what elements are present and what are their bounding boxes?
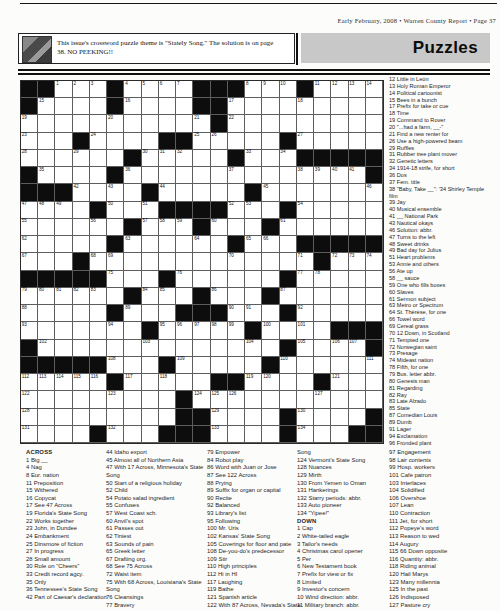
cell-number: 41 [349, 167, 354, 172]
white-cell: 80 [38, 288, 55, 305]
white-cell [55, 167, 72, 184]
white-cell [297, 184, 314, 201]
white-cell [297, 357, 314, 374]
clue-line: 123 Many millennia [389, 579, 499, 587]
white-cell [211, 357, 228, 374]
white-cell: 40 [331, 167, 348, 184]
white-cell [228, 271, 245, 288]
black-cell [193, 219, 210, 236]
cell-number: 56 [91, 218, 96, 223]
black-cell [366, 236, 383, 253]
white-cell: 92 [297, 305, 314, 322]
clue-line: 43 Nautical okays [389, 220, 499, 227]
cell-number: 17 [229, 98, 234, 103]
clue-line: 19 Command to Rover [389, 117, 499, 124]
white-cell: 27 [297, 133, 314, 150]
clue-line: 41 __ National Park [389, 213, 499, 220]
clue-line: 75 With 68 Across, Louisiana's State [106, 579, 206, 587]
cell-number: 21 [194, 115, 199, 120]
cell-number: 64 [194, 236, 199, 241]
clue-line: 31 Rubber tree plant mover [389, 151, 499, 158]
cell-number: 19 [22, 115, 27, 120]
clue-line: 101 Cafe patron [389, 472, 499, 480]
white-cell [228, 426, 245, 443]
cell-number: 53 [246, 201, 251, 206]
white-cell: 43 [107, 184, 124, 201]
clue-line: 11 Military branch: abbr. [297, 602, 389, 610]
white-cell [211, 150, 228, 167]
white-cell: 91 [245, 305, 262, 322]
clue-line: 73 Presage [389, 350, 499, 357]
cell-number: 57 [142, 218, 147, 223]
white-cell [366, 115, 383, 132]
cell-number: 7 [177, 81, 180, 86]
white-cell [193, 167, 210, 184]
cell-number: 2 [74, 81, 77, 86]
black-cell [297, 236, 314, 253]
white-cell: 77 [297, 271, 314, 288]
white-cell: 93 [21, 322, 38, 339]
cell-number: 10 [280, 81, 285, 86]
white-cell [176, 184, 193, 201]
white-cell [211, 340, 228, 357]
white-cell [262, 340, 279, 357]
white-cell: 2 [73, 81, 90, 98]
black-cell [55, 271, 72, 288]
white-cell: 48 [38, 202, 55, 219]
white-cell: 28 [21, 150, 38, 167]
white-cell: 104 [245, 340, 262, 357]
cell-number: 95 [160, 322, 165, 327]
cell-number: 78 [315, 270, 320, 275]
cell-number: 121 [332, 374, 340, 379]
clue-line: 36 Dos [389, 172, 499, 179]
white-cell [55, 133, 72, 150]
black-cell [280, 409, 297, 426]
clue-line: 134 "Yipee!" [297, 510, 389, 518]
white-cell [38, 322, 55, 339]
white-cell: 71 [297, 253, 314, 270]
across-clues-column-2: 44 Idaho export45 Almost all of Northern… [106, 449, 206, 609]
white-cell: 30 [142, 150, 159, 167]
white-cell: 63 [124, 236, 141, 253]
cell-number: 125 [211, 391, 219, 396]
white-cell [38, 305, 55, 322]
white-cell [228, 357, 245, 374]
white-cell [314, 426, 331, 443]
clue-line: Song [297, 449, 389, 457]
white-cell: 41 [349, 167, 366, 184]
cell-number: 36 [125, 167, 130, 172]
white-cell: 32 [176, 150, 193, 167]
cell-number: 113 [39, 374, 46, 379]
cell-number: 96 [177, 322, 182, 327]
black-cell [193, 426, 210, 443]
clue-line: 106 Overshoe [389, 495, 499, 503]
clue-line: 104 Solidified [389, 487, 499, 495]
cell-number: 119 [246, 374, 253, 379]
cell-number: 86 [211, 287, 216, 292]
white-cell [38, 133, 55, 150]
clue-line: 130 From Yemen to Oman [297, 480, 389, 488]
cell-number: 50 [108, 201, 113, 206]
white-cell [262, 150, 279, 167]
cell-number: 134 [298, 425, 306, 430]
white-cell [245, 426, 262, 443]
white-cell [159, 409, 176, 426]
cell-number: 33 [246, 149, 251, 154]
cell-number: 82 [74, 287, 79, 292]
clue-line: 115 66 Down opposite [389, 548, 499, 556]
white-cell [193, 374, 210, 391]
down-clues-sidebar: 12 Little in León13 Holy Roman Emperor14… [389, 76, 499, 446]
clue-line: 132 Starry periods: abbr. [297, 495, 389, 503]
clue-line: 4 Christmas carol opener [297, 548, 389, 556]
white-cell [245, 271, 262, 288]
white-cell: 116 [90, 374, 107, 391]
black-cell [176, 202, 193, 219]
white-cell [245, 409, 262, 426]
white-cell: 107 [349, 340, 366, 357]
section-title-box: Puzzles [301, 33, 490, 63]
clue-line: 72 Norwegian saint [389, 344, 499, 351]
clue-list-header: ACROSS [26, 449, 106, 457]
black-cell [228, 81, 245, 98]
clue-line: 17 See 47 Across [26, 502, 106, 510]
black-cell [21, 271, 38, 288]
white-cell [73, 305, 90, 322]
clue-line: 22 Works together [26, 518, 106, 526]
white-cell [314, 133, 331, 150]
cell-number: 37 [229, 167, 234, 172]
black-cell [193, 409, 210, 426]
white-cell: 42 [73, 184, 90, 201]
white-cell [124, 426, 141, 443]
white-cell: 97 [193, 322, 210, 339]
clue-line: 64 St. Thérèse, for one [389, 309, 499, 316]
cell-number: 26 [211, 132, 216, 137]
white-cell: 6 [159, 81, 176, 98]
clue-line: 65 Greek letter [106, 548, 206, 556]
clue-line: 39 Jay [389, 199, 499, 206]
cell-number: 32 [177, 149, 182, 154]
clue-line: 107 Lean [389, 502, 499, 510]
cell-number: 47 [22, 201, 27, 206]
white-cell [176, 167, 193, 184]
cell-number: 38 [298, 167, 303, 172]
white-cell [107, 340, 124, 357]
clue-line: 63 Sounds of pain [106, 541, 206, 549]
down-clues-column-5: 97 Engagement98 Lair contents99 Hosp. wo… [389, 449, 499, 609]
white-cell: 125 [211, 391, 228, 408]
clue-line: 8 Limited [297, 579, 389, 587]
clue-line: 82 Ray [389, 392, 499, 399]
white-cell [280, 115, 297, 132]
clue-line: 116 Quantity: abbr. [389, 556, 499, 564]
white-cell: 103 [142, 340, 159, 357]
white-cell: 75 [107, 271, 124, 288]
white-cell [314, 184, 331, 201]
cell-number: 4 [125, 81, 128, 86]
white-cell [314, 305, 331, 322]
clue-line: 44 Idaho export [106, 449, 206, 457]
clue-line: 87 Comedian Louis [389, 412, 499, 419]
white-cell [159, 305, 176, 322]
white-cell [90, 236, 107, 253]
clue-line: 49 Bad day for Julius [389, 247, 499, 254]
cell-number: 98 [211, 322, 216, 327]
cell-number: 104 [246, 339, 254, 344]
white-cell: 122 [21, 391, 38, 408]
clue-line: 14 Political cartoonist [389, 90, 499, 97]
cell-number: 65 [246, 236, 251, 241]
white-cell [331, 357, 348, 374]
white-cell [55, 340, 72, 357]
white-cell [193, 357, 210, 374]
black-cell [176, 409, 193, 426]
cell-number: 105 [298, 339, 306, 344]
white-cell: 82 [73, 288, 90, 305]
clue-line: 67 Drafting org. [106, 556, 206, 564]
clue-line: 34 1914-18 strife, for short [389, 165, 499, 172]
white-cell [228, 219, 245, 236]
white-cell [142, 409, 159, 426]
white-cell [314, 322, 331, 339]
black-cell [211, 115, 228, 132]
cell-number: 99 [229, 322, 234, 327]
issue-date-line: Early February, 2008 • Warren County Rep… [150, 17, 496, 24]
white-cell: 26 [211, 133, 228, 150]
white-cell [280, 184, 297, 201]
cell-number: 34 [280, 149, 285, 154]
white-cell: 131 [21, 426, 38, 443]
white-cell [331, 115, 348, 132]
black-cell [159, 357, 176, 374]
clue-line: 27 In progress [26, 548, 106, 556]
white-cell [280, 98, 297, 115]
clue-line: 103 Interlaces [389, 480, 499, 488]
clue-line: 120 Hail Marys [389, 571, 499, 579]
cell-number: 102 [39, 339, 47, 344]
black-cell [193, 98, 210, 115]
clue-line: 60 Slaves [389, 289, 499, 296]
white-cell: 11 [314, 81, 331, 98]
white-cell [124, 115, 141, 132]
clue-line: 63 Metro or Spectrum [389, 302, 499, 309]
black-cell [331, 322, 348, 339]
cell-number: 77 [298, 270, 303, 275]
cell-number: 27 [298, 132, 303, 137]
white-cell [159, 167, 176, 184]
white-cell [124, 184, 141, 201]
white-cell [159, 340, 176, 357]
clue-line: 68 See 75 Across [106, 563, 206, 571]
white-cell: 34 [280, 150, 297, 167]
clue-line: 55 Confuses [106, 502, 206, 510]
black-cell [176, 426, 193, 443]
clue-line: 125 In the past [389, 586, 499, 594]
cell-number: 54 [298, 201, 303, 206]
white-cell [349, 409, 366, 426]
clue-line: 29 Ruffles [389, 145, 499, 152]
white-cell [73, 115, 90, 132]
cell-number: 83 [91, 287, 96, 292]
white-cell [55, 236, 72, 253]
clue-line: 127 Pasture cry [389, 602, 499, 610]
white-cell [176, 340, 193, 357]
cell-number: 84 [142, 287, 147, 292]
clue-line: 126 Indisposed [389, 594, 499, 602]
black-cell [349, 150, 366, 167]
clue-line: 33 Credit record agcy. [26, 571, 106, 579]
cell-number: 118 [160, 374, 167, 379]
black-cell [107, 98, 124, 115]
cell-number: 130 [298, 408, 306, 413]
black-cell [107, 236, 124, 253]
white-cell: 24 [90, 133, 107, 150]
white-cell [331, 409, 348, 426]
white-cell [314, 340, 331, 357]
cell-number: 120 [263, 374, 271, 379]
black-cell [142, 322, 159, 339]
clue-line: 38 "Baby, Take __": '34 Shirley Temple [389, 186, 499, 193]
clue-list-header: DOWN [297, 518, 389, 526]
clue-line: 20 "...had a farm, __-" [389, 124, 499, 131]
cell-number: 66 [263, 236, 268, 241]
black-cell [124, 150, 141, 167]
black-cell [366, 426, 383, 443]
white-cell [245, 219, 262, 236]
cell-number: 100 [263, 322, 271, 327]
clue-line: 94 Exclamation [389, 433, 499, 440]
black-cell [142, 184, 159, 201]
black-cell [280, 271, 297, 288]
cell-number: 89 [125, 305, 130, 310]
black-cell [38, 357, 55, 374]
cell-number: 29 [74, 149, 79, 154]
white-cell [193, 253, 210, 270]
white-cell [331, 305, 348, 322]
white-cell [280, 391, 297, 408]
white-cell: 39 [314, 167, 331, 184]
white-cell [55, 150, 72, 167]
white-cell: 129 [211, 409, 228, 426]
white-cell: 124 [193, 391, 210, 408]
white-cell: 74 [366, 253, 383, 270]
white-cell [331, 288, 348, 305]
white-cell [107, 150, 124, 167]
white-cell [55, 426, 72, 443]
white-cell: 84 [142, 288, 159, 305]
top-rule [20, 3, 497, 4]
white-cell [73, 236, 90, 253]
cell-number: 20 [108, 115, 113, 120]
clue-line: 59 One who fills boxes [389, 282, 499, 289]
crossword-grid: 1234567891011121314151617181920212223242… [20, 80, 384, 444]
white-cell [90, 115, 107, 132]
clue-line: 91 Lager [389, 426, 499, 433]
teaser-box: This issue's crossword puzzle theme is "… [18, 33, 295, 64]
black-cell [297, 81, 314, 98]
clue-line: 36 Tennessee's State Song [26, 586, 106, 594]
black-cell [331, 150, 348, 167]
clue-line: 1 Big __ [26, 457, 106, 465]
cell-number: 5 [142, 81, 145, 86]
white-cell [262, 271, 279, 288]
cell-number: 52 [229, 201, 234, 206]
cell-number: 112 [22, 374, 29, 379]
clues-column-4: Song124 Vermont's State Song128 Nuances1… [297, 449, 389, 609]
clue-line: 111 Jet, for short [389, 518, 499, 526]
white-cell [90, 150, 107, 167]
white-cell [159, 115, 176, 132]
white-cell [73, 426, 90, 443]
white-cell [228, 184, 245, 201]
clue-line: 124 Vermont's State Song [297, 457, 389, 465]
clue-line: 8 Eur. nation [26, 472, 106, 480]
white-cell [211, 236, 228, 253]
white-cell: 76 [176, 271, 193, 288]
clue-line: 112 Popeye's word [389, 525, 499, 533]
white-cell [280, 322, 297, 339]
white-cell: 70 [228, 253, 245, 270]
across-clues-column-1: ACROSS1 Big __4 Nag8 Eur. nation11 Prepo… [26, 449, 106, 602]
white-cell [314, 357, 331, 374]
clue-line: 35 Only [26, 579, 106, 587]
cell-number: 108 [108, 356, 116, 361]
black-cell [159, 271, 176, 288]
white-cell: 44 [159, 184, 176, 201]
white-cell [193, 150, 210, 167]
black-cell [38, 184, 55, 201]
teaser-line-2: 38. NO PEEKING!! [57, 47, 291, 57]
black-cell [366, 167, 383, 184]
white-cell [142, 305, 159, 322]
white-cell [142, 253, 159, 270]
cell-number: 1 [56, 81, 59, 86]
black-cell [107, 374, 124, 391]
black-cell [38, 81, 55, 98]
white-cell: 13 [349, 81, 366, 98]
clue-line: 15 Withered [26, 487, 106, 495]
cell-number: 58 [160, 218, 165, 223]
white-cell: 5 [142, 81, 159, 98]
white-cell: 33 [245, 150, 262, 167]
black-cell [349, 426, 366, 443]
clue-line: 131 Hankerings [297, 487, 389, 495]
white-cell: 110 [280, 357, 297, 374]
clue-line: 10 Wind direction: abbr. [297, 594, 389, 602]
white-cell [245, 115, 262, 132]
black-cell [176, 391, 193, 408]
cell-number: 13 [349, 81, 354, 86]
white-cell: 55 [21, 219, 38, 236]
clue-line: 1 Cap [297, 525, 389, 533]
cell-number: 68 [91, 253, 96, 258]
cell-number: 51 [142, 201, 147, 206]
white-cell [228, 288, 245, 305]
clue-line: 2 White-tailed eagle [297, 533, 389, 541]
white-cell [90, 409, 107, 426]
white-cell [262, 98, 279, 115]
clue-line: 30 Role on "Cheers" [26, 563, 106, 571]
cell-number: 8 [246, 81, 249, 86]
black-cell [193, 305, 210, 322]
cell-number: 59 [177, 218, 182, 223]
cell-number: 101 [298, 322, 306, 327]
clue-line: 70 12 Down, in Scotland [389, 330, 499, 337]
white-cell [176, 115, 193, 132]
